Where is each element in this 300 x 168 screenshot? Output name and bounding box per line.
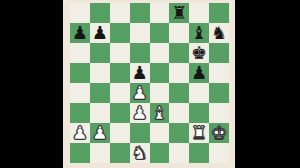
square-b1[interactable] <box>90 143 110 163</box>
square-d2[interactable] <box>130 123 150 143</box>
square-f1[interactable] <box>169 143 189 163</box>
square-h4[interactable] <box>209 83 229 103</box>
white-bishop-piece[interactable]: ♝ <box>151 103 167 123</box>
square-c6[interactable] <box>110 43 130 63</box>
square-b5[interactable] <box>90 63 110 83</box>
square-c1[interactable] <box>110 143 130 163</box>
square-a8[interactable] <box>70 3 90 23</box>
square-d3[interactable]: ♟ <box>130 103 150 123</box>
square-b2[interactable]: ♟ <box>90 123 110 143</box>
square-b6[interactable] <box>90 43 110 63</box>
square-g3[interactable] <box>189 103 209 123</box>
square-f8[interactable]: ♜ <box>169 3 189 23</box>
square-d5[interactable]: ♟ <box>130 63 150 83</box>
square-b8[interactable] <box>90 3 110 23</box>
white-pawn-piece[interactable]: ♟ <box>131 83 147 103</box>
black-bishop-piece[interactable]: ♝ <box>191 23 207 43</box>
square-c8[interactable] <box>110 3 130 23</box>
chess-board-frame: ♜♟♟♝♞♚♟♟♟♟♝♟♟♜♚♞ <box>63 0 235 168</box>
square-g6[interactable]: ♚ <box>189 43 209 63</box>
square-g5[interactable]: ♟ <box>189 63 209 83</box>
square-f2[interactable] <box>169 123 189 143</box>
white-king-piece[interactable]: ♚ <box>211 123 227 143</box>
square-a3[interactable] <box>70 103 90 123</box>
square-f3[interactable] <box>169 103 189 123</box>
square-h8[interactable] <box>209 3 229 23</box>
square-f4[interactable] <box>169 83 189 103</box>
square-h7[interactable]: ♞ <box>209 23 229 43</box>
screen-background: ♜♟♟♝♞♚♟♟♟♟♝♟♟♜♚♞ <box>0 0 300 168</box>
black-pawn-piece[interactable]: ♟ <box>92 23 108 43</box>
black-knight-piece[interactable]: ♞ <box>211 23 227 43</box>
square-h2[interactable]: ♚ <box>209 123 229 143</box>
square-d8[interactable] <box>130 3 150 23</box>
square-g2[interactable]: ♜ <box>189 123 209 143</box>
square-g7[interactable]: ♝ <box>189 23 209 43</box>
square-e7[interactable] <box>150 23 170 43</box>
square-e5[interactable] <box>150 63 170 83</box>
square-e2[interactable] <box>150 123 170 143</box>
square-f7[interactable] <box>169 23 189 43</box>
square-d7[interactable] <box>130 23 150 43</box>
square-g4[interactable] <box>189 83 209 103</box>
square-e6[interactable] <box>150 43 170 63</box>
white-knight-piece[interactable]: ♞ <box>131 143 147 163</box>
square-g8[interactable] <box>189 3 209 23</box>
black-pawn-piece[interactable]: ♟ <box>131 63 147 83</box>
square-h5[interactable] <box>209 63 229 83</box>
square-a1[interactable] <box>70 143 90 163</box>
square-f5[interactable] <box>169 63 189 83</box>
square-c2[interactable] <box>110 123 130 143</box>
white-pawn-piece[interactable]: ♟ <box>131 103 147 123</box>
white-pawn-piece[interactable]: ♟ <box>92 123 108 143</box>
square-c4[interactable] <box>110 83 130 103</box>
square-f6[interactable] <box>169 43 189 63</box>
square-h3[interactable] <box>209 103 229 123</box>
square-e3[interactable]: ♝ <box>150 103 170 123</box>
black-king-piece[interactable]: ♚ <box>191 43 207 63</box>
square-g1[interactable] <box>189 143 209 163</box>
black-rook-piece[interactable]: ♜ <box>171 3 187 23</box>
square-e1[interactable] <box>150 143 170 163</box>
square-d4[interactable]: ♟ <box>130 83 150 103</box>
chess-board: ♜♟♟♝♞♚♟♟♟♟♝♟♟♜♚♞ <box>70 3 229 163</box>
square-d1[interactable]: ♞ <box>130 143 150 163</box>
white-rook-piece[interactable]: ♜ <box>191 123 207 143</box>
square-c7[interactable] <box>110 23 130 43</box>
square-a5[interactable] <box>70 63 90 83</box>
square-e4[interactable] <box>150 83 170 103</box>
square-e8[interactable] <box>150 3 170 23</box>
black-pawn-piece[interactable]: ♟ <box>72 23 88 43</box>
white-pawn-piece[interactable]: ♟ <box>72 123 88 143</box>
square-b4[interactable] <box>90 83 110 103</box>
square-a6[interactable] <box>70 43 90 63</box>
square-c5[interactable] <box>110 63 130 83</box>
square-c3[interactable] <box>110 103 130 123</box>
square-a4[interactable] <box>70 83 90 103</box>
square-h6[interactable] <box>209 43 229 63</box>
square-a2[interactable]: ♟ <box>70 123 90 143</box>
square-a7[interactable]: ♟ <box>70 23 90 43</box>
black-pawn-piece[interactable]: ♟ <box>191 63 207 83</box>
square-b3[interactable] <box>90 103 110 123</box>
square-d6[interactable] <box>130 43 150 63</box>
square-b7[interactable]: ♟ <box>90 23 110 43</box>
square-h1[interactable] <box>209 143 229 163</box>
